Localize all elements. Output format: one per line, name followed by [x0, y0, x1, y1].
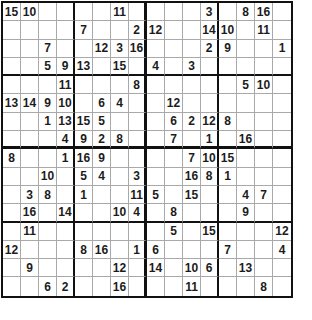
cell-r7c9-empty[interactable]: [147, 113, 165, 131]
cell-r10c6-given[interactable]: 4: [93, 168, 111, 186]
cell-r7c12-given[interactable]: 12: [201, 113, 219, 131]
cell-r16c13-empty[interactable]: [219, 277, 237, 295]
cell-r7c14-empty[interactable]: [237, 113, 255, 131]
cell-r5c12-empty[interactable]: [201, 76, 219, 94]
cell-r7c1-empty[interactable]: [3, 113, 21, 131]
cell-r9c9-empty[interactable]: [147, 149, 165, 167]
cell-r2c1-empty[interactable]: [3, 21, 21, 39]
cell-r15c15-empty[interactable]: [255, 259, 273, 277]
cell-r13c12-given[interactable]: 15: [201, 223, 219, 241]
cell-r6c9-empty[interactable]: [147, 94, 165, 112]
cell-r15c13-empty[interactable]: [219, 259, 237, 277]
cell-r14c15-empty[interactable]: [255, 241, 273, 259]
cell-r9c13-given[interactable]: 15: [219, 149, 237, 167]
cell-r8c15-empty[interactable]: [255, 131, 273, 149]
cell-r14c13-given[interactable]: 7: [219, 241, 237, 259]
cell-r13c13-empty[interactable]: [219, 223, 237, 241]
cell-r4c9-given[interactable]: 4: [147, 58, 165, 76]
cell-r3c8-given[interactable]: 16: [129, 40, 147, 58]
cell-r12c12-empty[interactable]: [201, 204, 219, 222]
cell-r12c14-given[interactable]: 9: [237, 204, 255, 222]
cell-r6c3-given[interactable]: 9: [39, 94, 57, 112]
cell-r1c16-empty[interactable]: [273, 3, 291, 21]
cell-r8c8-empty[interactable]: [129, 131, 147, 149]
cell-r8c16-empty[interactable]: [273, 131, 291, 149]
cell-r7c2-empty[interactable]: [21, 113, 39, 131]
cell-r8c4-given[interactable]: 4: [57, 131, 75, 149]
cell-r16c2-empty[interactable]: [21, 277, 39, 295]
cell-r15c5-empty[interactable]: [75, 259, 93, 277]
cell-r16c6-empty[interactable]: [93, 277, 111, 295]
page: 1510113816721214101171231629159131543118…: [0, 0, 312, 320]
cell-r8c12-given[interactable]: 1: [201, 131, 219, 149]
cell-r2c2-empty[interactable]: [21, 21, 39, 39]
cell-r13c5-empty[interactable]: [75, 223, 93, 241]
cell-r16c5-empty[interactable]: [75, 277, 93, 295]
cell-r13c15-empty[interactable]: [255, 223, 273, 241]
cell-r6c1-given[interactable]: 13: [3, 94, 21, 112]
cell-r3c13-given[interactable]: 9: [219, 40, 237, 58]
cell-r1c1-given[interactable]: 15: [3, 3, 21, 21]
cell-r12c6-empty[interactable]: [93, 204, 111, 222]
cell-r8c2-empty[interactable]: [21, 131, 39, 149]
cell-r8c3-empty[interactable]: [39, 131, 57, 149]
cell-r8c10-given[interactable]: 7: [165, 131, 183, 149]
cell-r13c7-empty[interactable]: [111, 223, 129, 241]
cell-r5c8-given[interactable]: 8: [129, 76, 147, 94]
cell-r6c13-empty[interactable]: [219, 94, 237, 112]
cell-r5c2-empty[interactable]: [21, 76, 39, 94]
cell-r14c9-given[interactable]: 6: [147, 241, 165, 259]
cell-r6c5-empty[interactable]: [75, 94, 93, 112]
cell-r3c3-given[interactable]: 7: [39, 40, 57, 58]
cell-r14c2-empty[interactable]: [21, 241, 39, 259]
cell-r2c3-empty[interactable]: [39, 21, 57, 39]
cell-r10c5-given[interactable]: 5: [75, 168, 93, 186]
cell-r10c9-empty[interactable]: [147, 168, 165, 186]
cell-r2c7-empty[interactable]: [111, 21, 129, 39]
cell-r9c2-empty[interactable]: [21, 149, 39, 167]
cell-r15c8-empty[interactable]: [129, 259, 147, 277]
cell-r7c16-empty[interactable]: [273, 113, 291, 131]
cell-r9c12-given[interactable]: 10: [201, 149, 219, 167]
cell-r11c8-given[interactable]: 11: [129, 186, 147, 204]
cell-r1c7-given[interactable]: 11: [111, 3, 129, 21]
cell-r6c6-given[interactable]: 6: [93, 94, 111, 112]
cell-r15c1-empty[interactable]: [3, 259, 21, 277]
sudoku-board: 1510113816721214101171231629159131543118…: [1, 1, 293, 298]
cell-r3c16-given[interactable]: 1: [273, 40, 291, 58]
cell-r5c9-empty[interactable]: [147, 76, 165, 94]
cell-r10c14-empty[interactable]: [237, 168, 255, 186]
cell-r9c11-given[interactable]: 7: [183, 149, 201, 167]
cell-r11c10-empty[interactable]: [165, 186, 183, 204]
cell-r2c13-given[interactable]: 10: [219, 21, 237, 39]
cell-r6c8-empty[interactable]: [129, 94, 147, 112]
cell-r2c11-empty[interactable]: [183, 21, 201, 39]
cell-r3c14-empty[interactable]: [237, 40, 255, 58]
cell-r1c14-given[interactable]: 8: [237, 3, 255, 21]
cell-r3c1-empty[interactable]: [3, 40, 21, 58]
cell-r3c10-empty[interactable]: [165, 40, 183, 58]
cell-r11c5-given[interactable]: 1: [75, 186, 93, 204]
cell-r14c5-given[interactable]: 8: [75, 241, 93, 259]
cell-r5c3-empty[interactable]: [39, 76, 57, 94]
cell-r16c1-empty[interactable]: [3, 277, 21, 295]
cell-r13c4-empty[interactable]: [57, 223, 75, 241]
cell-r8c5-given[interactable]: 9: [75, 131, 93, 149]
cell-r12c15-empty[interactable]: [255, 204, 273, 222]
cell-r10c11-given[interactable]: 16: [183, 168, 201, 186]
cell-r10c7-empty[interactable]: [111, 168, 129, 186]
cell-r14c16-given[interactable]: 4: [273, 241, 291, 259]
cell-r12c8-given[interactable]: 4: [129, 204, 147, 222]
cell-r1c15-given[interactable]: 16: [255, 3, 273, 21]
cell-r7c7-empty[interactable]: [111, 113, 129, 131]
cell-r4c13-empty[interactable]: [219, 58, 237, 76]
cell-r1c12-given[interactable]: 3: [201, 3, 219, 21]
cell-r16c9-empty[interactable]: [147, 277, 165, 295]
cell-r12c16-empty[interactable]: [273, 204, 291, 222]
cell-r15c12-given[interactable]: 6: [201, 259, 219, 277]
cell-r6c12-empty[interactable]: [201, 94, 219, 112]
cell-r8c1-empty[interactable]: [3, 131, 21, 149]
cell-r16c3-given[interactable]: 6: [39, 277, 57, 295]
cell-r4c6-empty[interactable]: [93, 58, 111, 76]
cell-r4c5-given[interactable]: 13: [75, 58, 93, 76]
cell-r4c14-empty[interactable]: [237, 58, 255, 76]
cell-r10c3-given[interactable]: 10: [39, 168, 57, 186]
cell-r7c15-empty[interactable]: [255, 113, 273, 131]
cell-r16c4-given[interactable]: 2: [57, 277, 75, 295]
cell-r1c9-empty[interactable]: [147, 3, 165, 21]
cell-r11c13-empty[interactable]: [219, 186, 237, 204]
cell-r3c4-empty[interactable]: [57, 40, 75, 58]
cell-r12c1-empty[interactable]: [3, 204, 21, 222]
cell-r6c11-empty[interactable]: [183, 94, 201, 112]
cell-r11c14-given[interactable]: 4: [237, 186, 255, 204]
cell-r16c15-given[interactable]: 8: [255, 277, 273, 295]
cell-r3c9-empty[interactable]: [147, 40, 165, 58]
cell-r5c14-given[interactable]: 5: [237, 76, 255, 94]
cell-r9c10-empty[interactable]: [165, 149, 183, 167]
cell-r5c6-empty[interactable]: [93, 76, 111, 94]
cell-r2c5-given[interactable]: 7: [75, 21, 93, 39]
cell-r8c13-empty[interactable]: [219, 131, 237, 149]
cell-r11c9-given[interactable]: 5: [147, 186, 165, 204]
cell-r12c7-given[interactable]: 10: [111, 204, 129, 222]
cell-r10c8-given[interactable]: 3: [129, 168, 147, 186]
cell-r1c13-empty[interactable]: [219, 3, 237, 21]
cell-r11c16-empty[interactable]: [273, 186, 291, 204]
cell-r15c14-given[interactable]: 13: [237, 259, 255, 277]
cell-r12c9-empty[interactable]: [147, 204, 165, 222]
cell-r14c4-empty[interactable]: [57, 241, 75, 259]
cell-r2c9-given[interactable]: 12: [147, 21, 165, 39]
cell-r6c2-given[interactable]: 14: [21, 94, 39, 112]
cell-r12c5-empty[interactable]: [75, 204, 93, 222]
cell-r11c12-empty[interactable]: [201, 186, 219, 204]
cell-r10c2-empty[interactable]: [21, 168, 39, 186]
cell-r12c11-empty[interactable]: [183, 204, 201, 222]
cell-r12c3-empty[interactable]: [39, 204, 57, 222]
cell-r1c11-empty[interactable]: [183, 3, 201, 21]
cell-r10c10-empty[interactable]: [165, 168, 183, 186]
cell-r2c14-empty[interactable]: [237, 21, 255, 39]
cell-r14c10-empty[interactable]: [165, 241, 183, 259]
cell-r3c2-empty[interactable]: [21, 40, 39, 58]
cell-r5c16-empty[interactable]: [273, 76, 291, 94]
cell-r4c12-empty[interactable]: [201, 58, 219, 76]
cell-r14c11-empty[interactable]: [183, 241, 201, 259]
cell-r14c1-given[interactable]: 12: [3, 241, 21, 259]
cell-r3c12-given[interactable]: 2: [201, 40, 219, 58]
cell-r4c10-empty[interactable]: [165, 58, 183, 76]
cell-r2c10-empty[interactable]: [165, 21, 183, 39]
cell-r6c7-given[interactable]: 4: [111, 94, 129, 112]
cell-r13c2-given[interactable]: 11: [21, 223, 39, 241]
cell-r16c16-empty[interactable]: [273, 277, 291, 295]
cell-r6c14-empty[interactable]: [237, 94, 255, 112]
cell-r9c1-given[interactable]: 8: [3, 149, 21, 167]
cell-r13c14-empty[interactable]: [237, 223, 255, 241]
cell-r11c4-empty[interactable]: [57, 186, 75, 204]
cell-r13c8-empty[interactable]: [129, 223, 147, 241]
cell-r3c6-given[interactable]: 12: [93, 40, 111, 58]
cell-r2c16-empty[interactable]: [273, 21, 291, 39]
cell-r2c6-empty[interactable]: [93, 21, 111, 39]
cell-r10c15-empty[interactable]: [255, 168, 273, 186]
cell-r5c5-empty[interactable]: [75, 76, 93, 94]
cell-r15c4-empty[interactable]: [57, 259, 75, 277]
cell-r1c6-empty[interactable]: [93, 3, 111, 21]
cell-r12c2-given[interactable]: 16: [21, 204, 39, 222]
cell-r15c10-empty[interactable]: [165, 259, 183, 277]
cell-r5c15-given[interactable]: 10: [255, 76, 273, 94]
cell-r1c4-empty[interactable]: [57, 3, 75, 21]
cell-r14c12-empty[interactable]: [201, 241, 219, 259]
cell-r5c4-given[interactable]: 11: [57, 76, 75, 94]
cell-r7c5-given[interactable]: 15: [75, 113, 93, 131]
cell-r7c6-given[interactable]: 5: [93, 113, 111, 131]
cell-r7c8-empty[interactable]: [129, 113, 147, 131]
cell-r11c1-empty[interactable]: [3, 186, 21, 204]
cell-r15c11-given[interactable]: 10: [183, 259, 201, 277]
cell-r3c7-given[interactable]: 3: [111, 40, 129, 58]
cell-r14c6-given[interactable]: 16: [93, 241, 111, 259]
cell-r9c8-empty[interactable]: [129, 149, 147, 167]
cell-r16c12-empty[interactable]: [201, 277, 219, 295]
cell-r5c1-empty[interactable]: [3, 76, 21, 94]
cell-r10c12-given[interactable]: 8: [201, 168, 219, 186]
cell-r4c2-empty[interactable]: [21, 58, 39, 76]
cell-r13c9-empty[interactable]: [147, 223, 165, 241]
cell-r1c2-given[interactable]: 10: [21, 3, 39, 21]
cell-r8c14-given[interactable]: 16: [237, 131, 255, 149]
cell-r14c3-empty[interactable]: [39, 241, 57, 259]
cell-r11c7-empty[interactable]: [111, 186, 129, 204]
cell-r10c1-empty[interactable]: [3, 168, 21, 186]
cell-r4c3-given[interactable]: 5: [39, 58, 57, 76]
cell-r16c7-given[interactable]: 16: [111, 277, 129, 295]
cell-r2c4-empty[interactable]: [57, 21, 75, 39]
cell-r4c16-empty[interactable]: [273, 58, 291, 76]
cell-r9c3-empty[interactable]: [39, 149, 57, 167]
cell-r13c1-empty[interactable]: [3, 223, 21, 241]
cell-r8c9-empty[interactable]: [147, 131, 165, 149]
cell-r13c6-empty[interactable]: [93, 223, 111, 241]
cell-r15c9-given[interactable]: 14: [147, 259, 165, 277]
cell-r1c8-empty[interactable]: [129, 3, 147, 21]
cell-r6c10-given[interactable]: 12: [165, 94, 183, 112]
cell-r9c6-given[interactable]: 9: [93, 149, 111, 167]
cell-r6c15-empty[interactable]: [255, 94, 273, 112]
cell-r7c4-given[interactable]: 13: [57, 113, 75, 131]
cell-r9c16-empty[interactable]: [273, 149, 291, 167]
cell-r8c11-empty[interactable]: [183, 131, 201, 149]
cell-r13c16-given[interactable]: 12: [273, 223, 291, 241]
cell-r12c4-given[interactable]: 14: [57, 204, 75, 222]
cell-r9c5-given[interactable]: 16: [75, 149, 93, 167]
cell-r7c3-given[interactable]: 1: [39, 113, 57, 131]
cell-r12c10-given[interactable]: 8: [165, 204, 183, 222]
cell-r9c15-empty[interactable]: [255, 149, 273, 167]
cell-r2c12-given[interactable]: 14: [201, 21, 219, 39]
cell-r6c4-given[interactable]: 10: [57, 94, 75, 112]
cell-r7c11-given[interactable]: 2: [183, 113, 201, 131]
cell-r3c11-empty[interactable]: [183, 40, 201, 58]
cell-r7c13-given[interactable]: 8: [219, 113, 237, 131]
cell-r13c11-empty[interactable]: [183, 223, 201, 241]
cell-r10c16-empty[interactable]: [273, 168, 291, 186]
cell-r9c7-empty[interactable]: [111, 149, 129, 167]
cell-r16c11-given[interactable]: 11: [183, 277, 201, 295]
cell-r2c15-given[interactable]: 11: [255, 21, 273, 39]
cell-r16c8-empty[interactable]: [129, 277, 147, 295]
cell-r8c7-given[interactable]: 8: [111, 131, 129, 149]
cell-r11c15-given[interactable]: 7: [255, 186, 273, 204]
cell-r15c2-given[interactable]: 9: [21, 259, 39, 277]
cell-r4c7-given[interactable]: 15: [111, 58, 129, 76]
cell-r6c16-empty[interactable]: [273, 94, 291, 112]
cell-r7c10-given[interactable]: 6: [165, 113, 183, 131]
cell-r9c4-given[interactable]: 1: [57, 149, 75, 167]
cell-r11c11-given[interactable]: 15: [183, 186, 201, 204]
cell-r16c14-empty[interactable]: [237, 277, 255, 295]
cell-r1c5-empty[interactable]: [75, 3, 93, 21]
cell-r15c16-empty[interactable]: [273, 259, 291, 277]
cell-r15c7-given[interactable]: 12: [111, 259, 129, 277]
cell-r15c3-empty[interactable]: [39, 259, 57, 277]
cell-r15c6-empty[interactable]: [93, 259, 111, 277]
cell-r4c4-given[interactable]: 9: [57, 58, 75, 76]
cell-r14c7-empty[interactable]: [111, 241, 129, 259]
cell-r10c4-empty[interactable]: [57, 168, 75, 186]
cell-r1c3-empty[interactable]: [39, 3, 57, 21]
cell-r13c3-empty[interactable]: [39, 223, 57, 241]
cell-r1c10-empty[interactable]: [165, 3, 183, 21]
cell-r8c6-given[interactable]: 2: [93, 131, 111, 149]
cell-r5c10-empty[interactable]: [165, 76, 183, 94]
cell-r11c6-empty[interactable]: [93, 186, 111, 204]
cell-r14c14-empty[interactable]: [237, 241, 255, 259]
cell-r11c3-given[interactable]: 8: [39, 186, 57, 204]
cell-r4c1-empty[interactable]: [3, 58, 21, 76]
cell-r2c8-given[interactable]: 2: [129, 21, 147, 39]
cell-r10c13-given[interactable]: 1: [219, 168, 237, 186]
cell-r13c10-given[interactable]: 5: [165, 223, 183, 241]
cell-r5c11-empty[interactable]: [183, 76, 201, 94]
cell-r9c14-empty[interactable]: [237, 149, 255, 167]
cell-r5c7-empty[interactable]: [111, 76, 129, 94]
cell-r14c8-given[interactable]: 1: [129, 241, 147, 259]
cell-r4c8-empty[interactable]: [129, 58, 147, 76]
cell-r16c10-empty[interactable]: [165, 277, 183, 295]
cell-r11c2-given[interactable]: 3: [21, 186, 39, 204]
cell-r4c15-empty[interactable]: [255, 58, 273, 76]
cell-r5c13-empty[interactable]: [219, 76, 237, 94]
cell-r3c15-empty[interactable]: [255, 40, 273, 58]
cell-r4c11-given[interactable]: 3: [183, 58, 201, 76]
cell-r3c5-empty[interactable]: [75, 40, 93, 58]
cell-r12c13-empty[interactable]: [219, 204, 237, 222]
